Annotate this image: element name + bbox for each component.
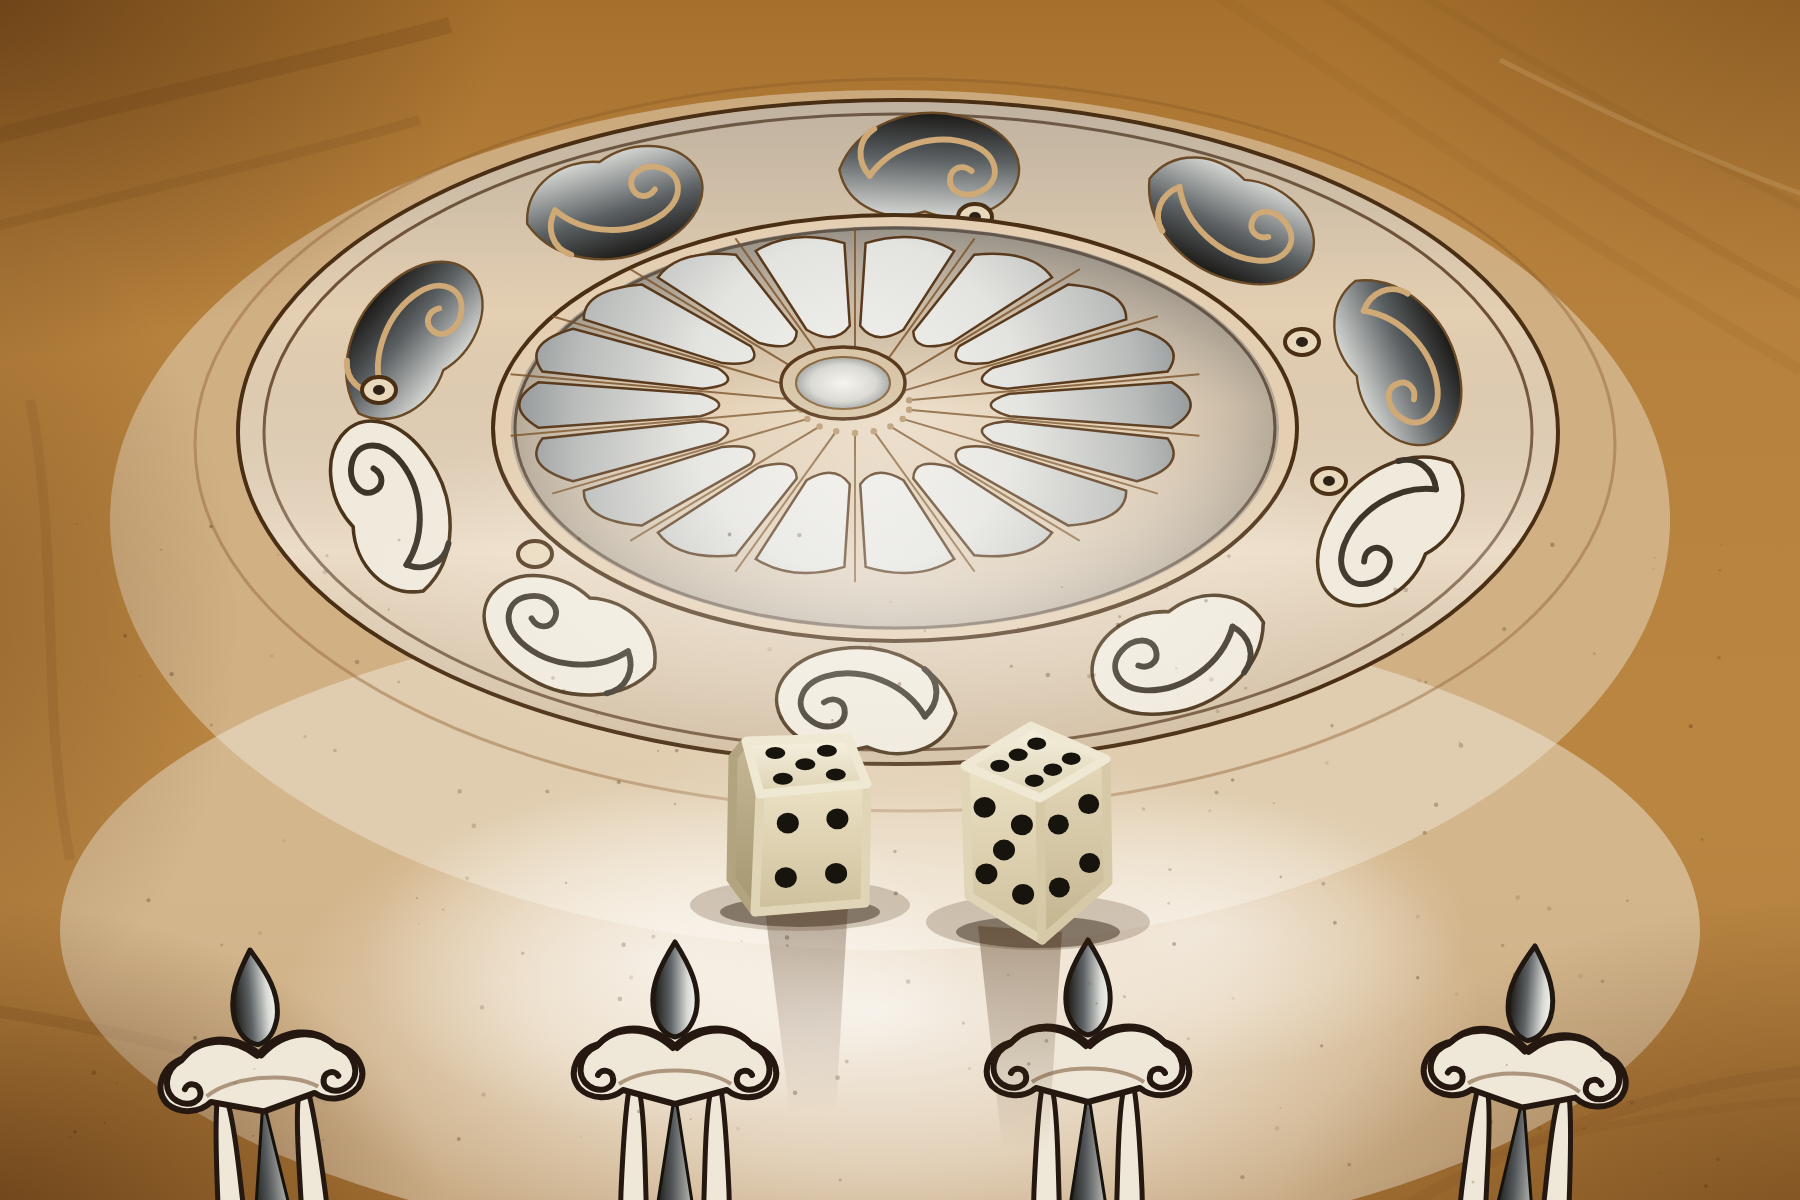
speckle bbox=[621, 943, 625, 947]
speckle bbox=[1166, 587, 1168, 589]
left-die-pip bbox=[817, 745, 837, 757]
speckle bbox=[1123, 995, 1126, 998]
speckle bbox=[1280, 1107, 1282, 1109]
speckle bbox=[170, 672, 174, 676]
right-die-pip bbox=[1049, 877, 1070, 897]
right-die-pip bbox=[975, 863, 997, 884]
speckle bbox=[1279, 876, 1282, 879]
speckle bbox=[1601, 979, 1605, 983]
speckle bbox=[1434, 803, 1438, 807]
speckle bbox=[139, 674, 141, 676]
speckle bbox=[675, 749, 679, 753]
speckle bbox=[388, 608, 390, 610]
speckle bbox=[1652, 568, 1654, 570]
speckle bbox=[562, 689, 566, 693]
right-die-pip bbox=[1012, 884, 1034, 905]
speckle bbox=[1275, 1126, 1279, 1130]
speckle bbox=[457, 1137, 461, 1141]
speckle bbox=[1502, 627, 1506, 631]
speckle bbox=[210, 723, 214, 727]
speckle bbox=[1333, 921, 1337, 925]
speckle bbox=[359, 597, 363, 601]
speckle bbox=[277, 554, 279, 556]
speckle bbox=[923, 629, 926, 632]
speckle bbox=[1216, 709, 1220, 713]
speckle bbox=[1204, 599, 1208, 603]
right-die-pip bbox=[993, 840, 1015, 861]
backgammon-board-photo bbox=[0, 0, 1800, 1200]
speckle bbox=[629, 975, 633, 979]
speckle bbox=[1231, 778, 1235, 782]
speckle bbox=[270, 655, 273, 658]
speckle bbox=[1232, 997, 1235, 1000]
speckle bbox=[333, 748, 337, 752]
speckle bbox=[657, 750, 659, 752]
right-die-pip bbox=[1043, 764, 1062, 776]
speckle bbox=[252, 1135, 254, 1137]
speckle bbox=[1208, 809, 1211, 812]
left-die-pip bbox=[775, 867, 797, 888]
speckle bbox=[906, 979, 911, 984]
speckle bbox=[1704, 1184, 1708, 1188]
speckle bbox=[416, 897, 418, 899]
speckle bbox=[481, 1093, 485, 1097]
speckle bbox=[1417, 678, 1422, 683]
speckle bbox=[797, 533, 801, 537]
speckle bbox=[577, 537, 581, 541]
speckle bbox=[442, 908, 444, 910]
speckle bbox=[1578, 974, 1583, 979]
speckle bbox=[779, 715, 784, 720]
speckle bbox=[220, 943, 223, 946]
ornament-bead-dot bbox=[373, 385, 385, 395]
speckle bbox=[1118, 615, 1121, 618]
speckle bbox=[86, 685, 88, 687]
speckle bbox=[521, 952, 524, 955]
speckle bbox=[1501, 944, 1505, 948]
speckle bbox=[1654, 1046, 1656, 1048]
speckle bbox=[845, 1060, 849, 1064]
speckle bbox=[1244, 687, 1247, 690]
speckle bbox=[253, 1068, 255, 1070]
speckle bbox=[1583, 1127, 1586, 1130]
speckle bbox=[1330, 724, 1334, 728]
speckle bbox=[146, 898, 150, 902]
right-die-pip bbox=[974, 797, 996, 818]
speckle bbox=[898, 682, 902, 686]
speckle bbox=[1429, 1063, 1433, 1067]
ornament-bead-dot bbox=[1296, 337, 1308, 347]
speckle bbox=[1513, 973, 1516, 976]
speckle bbox=[160, 549, 162, 551]
speckle bbox=[741, 940, 743, 942]
right-die-pip bbox=[1079, 853, 1100, 873]
right-die-pip bbox=[990, 760, 1009, 772]
speckle bbox=[418, 923, 420, 925]
speckle bbox=[736, 1126, 740, 1130]
left-die-pip bbox=[765, 747, 785, 759]
speckle bbox=[1626, 899, 1629, 902]
speckle bbox=[1416, 914, 1420, 918]
speckle bbox=[1511, 548, 1515, 552]
speckle bbox=[674, 803, 677, 806]
left-die-pip bbox=[795, 758, 815, 770]
speckle bbox=[1416, 976, 1419, 979]
speckle bbox=[1088, 982, 1092, 986]
speckle bbox=[1593, 652, 1597, 656]
speckle bbox=[968, 1067, 971, 1070]
speckle bbox=[1168, 868, 1171, 871]
speckle bbox=[1718, 569, 1721, 572]
speckle bbox=[1459, 743, 1464, 748]
left-die bbox=[731, 738, 867, 912]
left-die-pip bbox=[826, 808, 848, 829]
speckle bbox=[1423, 831, 1427, 835]
speckle bbox=[618, 997, 623, 1002]
speckle bbox=[1720, 544, 1722, 546]
speckle bbox=[1214, 790, 1218, 794]
speckle bbox=[193, 1036, 197, 1040]
speckle bbox=[1017, 627, 1019, 629]
speckle bbox=[296, 1135, 300, 1139]
speckle bbox=[73, 1130, 77, 1134]
right-die-pip bbox=[1025, 775, 1044, 787]
speckle bbox=[69, 1136, 72, 1139]
speckle bbox=[1717, 656, 1721, 660]
left-die-pip bbox=[777, 813, 799, 834]
speckle bbox=[75, 523, 78, 526]
speckle bbox=[457, 789, 461, 793]
speckle bbox=[962, 1022, 965, 1025]
speckle bbox=[1046, 673, 1050, 677]
speckle bbox=[303, 735, 306, 738]
speckle bbox=[839, 1178, 842, 1181]
left-die-front-face bbox=[755, 784, 867, 912]
speckle bbox=[690, 1118, 692, 1120]
speckle bbox=[258, 931, 262, 935]
speckle bbox=[130, 610, 132, 612]
speckle bbox=[565, 882, 567, 884]
speckle bbox=[1701, 838, 1703, 840]
right-die-pip bbox=[1048, 814, 1069, 834]
speckle bbox=[1600, 1060, 1602, 1062]
speckle bbox=[471, 823, 476, 828]
right-die-pip bbox=[1078, 794, 1099, 814]
speckle bbox=[480, 1005, 484, 1009]
speckle bbox=[1547, 906, 1552, 911]
speckle bbox=[1095, 1002, 1097, 1004]
speckle bbox=[551, 676, 555, 680]
speckle bbox=[1322, 882, 1326, 886]
speckle bbox=[1061, 586, 1063, 588]
speckle bbox=[831, 719, 833, 721]
right-die-pip bbox=[1011, 814, 1033, 835]
speckle bbox=[1347, 1163, 1351, 1167]
speckle bbox=[637, 1109, 641, 1113]
speckle bbox=[1537, 1126, 1541, 1130]
speckle bbox=[1264, 623, 1266, 625]
speckle bbox=[1424, 681, 1427, 684]
speckle bbox=[767, 647, 772, 652]
right-die-pip bbox=[1027, 738, 1046, 750]
speckle bbox=[1240, 1175, 1244, 1179]
speckle bbox=[325, 554, 328, 557]
left-die-pip bbox=[773, 773, 793, 785]
speckle bbox=[1506, 1064, 1508, 1066]
speckle bbox=[1009, 664, 1013, 668]
speckle bbox=[893, 850, 896, 853]
speckle bbox=[1402, 634, 1404, 636]
speckle bbox=[465, 876, 469, 880]
speckle bbox=[1087, 674, 1092, 679]
speckle bbox=[545, 789, 549, 793]
speckle bbox=[1227, 554, 1231, 558]
speckle bbox=[728, 533, 732, 537]
speckle bbox=[1092, 673, 1096, 677]
speckle bbox=[234, 1082, 236, 1084]
speckle bbox=[890, 601, 892, 603]
speckle bbox=[355, 660, 360, 665]
speckle bbox=[1167, 902, 1170, 905]
speckle bbox=[321, 1138, 324, 1141]
speckle bbox=[715, 751, 718, 754]
speckle bbox=[104, 1122, 106, 1124]
speckle bbox=[1187, 1037, 1190, 1040]
speckle bbox=[282, 839, 285, 842]
speckle bbox=[1325, 761, 1329, 765]
speckle bbox=[1489, 1120, 1493, 1124]
speckle bbox=[1404, 588, 1409, 593]
speckle bbox=[398, 538, 401, 541]
speckle bbox=[1273, 802, 1275, 804]
speckle bbox=[1209, 677, 1213, 681]
left-die-pip bbox=[826, 769, 846, 781]
right-die-pip bbox=[1009, 749, 1028, 761]
speckle bbox=[397, 681, 400, 684]
speckle bbox=[1320, 1044, 1323, 1047]
speckle bbox=[323, 570, 328, 575]
speckle bbox=[116, 1082, 118, 1084]
left-die-pip bbox=[825, 863, 847, 884]
speckle bbox=[651, 934, 655, 938]
right-die-pip bbox=[1062, 753, 1081, 765]
speckle bbox=[1455, 992, 1459, 996]
speckle bbox=[1629, 1100, 1634, 1105]
speckle bbox=[1472, 1181, 1475, 1184]
speckle bbox=[580, 1136, 582, 1138]
speckle bbox=[596, 713, 598, 715]
speckle bbox=[1654, 557, 1656, 559]
speckle bbox=[1116, 623, 1121, 628]
speckle bbox=[1716, 1157, 1720, 1161]
speckle bbox=[1175, 667, 1177, 669]
speckle bbox=[92, 1071, 97, 1076]
speckle bbox=[1689, 724, 1693, 728]
speckle bbox=[1550, 543, 1554, 547]
speckle bbox=[209, 525, 213, 529]
speckle bbox=[617, 780, 621, 784]
speckle bbox=[1142, 807, 1145, 810]
speckle bbox=[123, 634, 127, 638]
speckle bbox=[1172, 942, 1176, 946]
speckle bbox=[1515, 895, 1519, 899]
speckle bbox=[1393, 588, 1398, 593]
speckle bbox=[869, 644, 872, 647]
speckle bbox=[1658, 1172, 1661, 1175]
